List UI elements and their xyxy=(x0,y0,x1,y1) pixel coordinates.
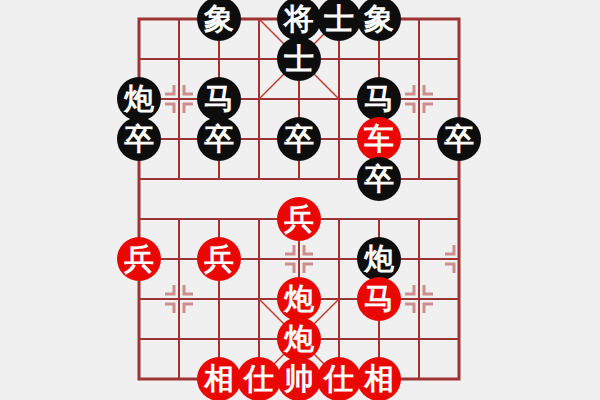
piece-red-advisor[interactable]: 仕 xyxy=(237,357,281,400)
piece-red-cannon[interactable]: 炮 xyxy=(277,317,321,361)
xiangqi-board: 象将士象士炮马马卒卒卒车卒卒兵兵兵炮炮马炮相仕帅仕相 xyxy=(0,0,600,400)
piece-black-soldier[interactable]: 卒 xyxy=(357,157,401,201)
piece-red-general[interactable]: 帅 xyxy=(277,357,321,400)
piece-red-cannon[interactable]: 炮 xyxy=(277,277,321,321)
piece-red-elephant[interactable]: 相 xyxy=(197,357,241,400)
piece-red-advisor[interactable]: 仕 xyxy=(317,357,361,400)
piece-black-soldier[interactable]: 卒 xyxy=(117,117,161,161)
piece-black-soldier[interactable]: 卒 xyxy=(277,117,321,161)
piece-red-soldier[interactable]: 兵 xyxy=(117,237,161,281)
piece-red-soldier[interactable]: 兵 xyxy=(197,237,241,281)
piece-black-advisor[interactable]: 士 xyxy=(277,37,321,81)
board-intersections-grid[interactable]: 象将士象士炮马马卒卒卒车卒卒兵兵兵炮炮马炮相仕帅仕相 xyxy=(119,0,479,399)
piece-black-elephant[interactable]: 象 xyxy=(357,0,401,41)
piece-black-cannon[interactable]: 炮 xyxy=(357,237,401,281)
piece-red-horse[interactable]: 马 xyxy=(357,277,401,321)
piece-black-soldier[interactable]: 卒 xyxy=(437,117,481,161)
piece-red-elephant[interactable]: 相 xyxy=(357,357,401,400)
piece-black-horse[interactable]: 马 xyxy=(357,77,401,121)
piece-red-soldier[interactable]: 兵 xyxy=(277,197,321,241)
piece-red-chariot[interactable]: 车 xyxy=(357,117,401,161)
piece-black-cannon[interactable]: 炮 xyxy=(117,77,161,121)
piece-black-general[interactable]: 将 xyxy=(277,0,321,41)
piece-black-advisor[interactable]: 士 xyxy=(317,0,361,41)
piece-black-soldier[interactable]: 卒 xyxy=(197,117,241,161)
piece-black-horse[interactable]: 马 xyxy=(197,77,241,121)
piece-black-elephant[interactable]: 象 xyxy=(197,0,241,41)
